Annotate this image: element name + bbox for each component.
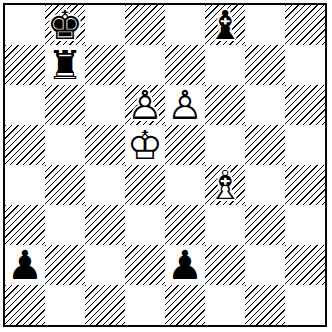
square-e3[interactable] <box>165 205 205 245</box>
square-a7[interactable] <box>5 45 45 85</box>
piece-white-pawn-e6[interactable]: ♟♙ <box>165 85 205 125</box>
square-h4[interactable] <box>285 165 325 205</box>
square-g3[interactable] <box>245 205 285 245</box>
black-pawn-icon: ♟ <box>5 245 45 285</box>
square-g6[interactable] <box>245 85 285 125</box>
square-d6[interactable]: ♟♙ <box>125 85 165 125</box>
square-d7[interactable] <box>125 45 165 85</box>
square-d2[interactable] <box>125 245 165 285</box>
white-pawn-icon: ♙ <box>125 85 165 125</box>
square-f1[interactable] <box>205 285 245 325</box>
square-e8[interactable] <box>165 5 205 45</box>
square-b6[interactable] <box>45 85 85 125</box>
square-c1[interactable] <box>85 285 125 325</box>
square-f8[interactable]: ♝ <box>205 5 245 45</box>
square-d3[interactable] <box>125 205 165 245</box>
square-g5[interactable] <box>245 125 285 165</box>
square-g1[interactable] <box>245 285 285 325</box>
square-b4[interactable] <box>45 165 85 205</box>
white-king-icon: ♔ <box>125 125 165 165</box>
piece-black-king-b8[interactable]: ♚ <box>45 5 85 45</box>
square-c2[interactable] <box>85 245 125 285</box>
square-c7[interactable] <box>85 45 125 85</box>
square-a3[interactable] <box>5 205 45 245</box>
chess-board: ♚♝♜♟♙♟♙♚♔♝♗♟♟ <box>5 5 325 325</box>
square-c6[interactable] <box>85 85 125 125</box>
black-king-icon: ♚ <box>45 5 85 45</box>
square-b7[interactable]: ♜ <box>45 45 85 85</box>
square-c8[interactable] <box>85 5 125 45</box>
square-h7[interactable] <box>285 45 325 85</box>
square-b8[interactable]: ♚ <box>45 5 85 45</box>
square-a1[interactable] <box>5 285 45 325</box>
square-f6[interactable] <box>205 85 245 125</box>
square-b5[interactable] <box>45 125 85 165</box>
square-a8[interactable] <box>5 5 45 45</box>
square-d8[interactable] <box>125 5 165 45</box>
square-h3[interactable] <box>285 205 325 245</box>
square-a6[interactable] <box>5 85 45 125</box>
white-pawn-icon: ♙ <box>165 85 205 125</box>
piece-white-bishop-f4[interactable]: ♝♗ <box>205 165 245 205</box>
square-b3[interactable] <box>45 205 85 245</box>
square-a2[interactable]: ♟ <box>5 245 45 285</box>
piece-white-king-d5[interactable]: ♚♔ <box>125 125 165 165</box>
square-b1[interactable] <box>45 285 85 325</box>
square-f4[interactable]: ♝♗ <box>205 165 245 205</box>
square-h5[interactable] <box>285 125 325 165</box>
black-pawn-icon: ♟ <box>165 245 205 285</box>
square-g8[interactable] <box>245 5 285 45</box>
square-g4[interactable] <box>245 165 285 205</box>
square-a4[interactable] <box>5 165 45 205</box>
piece-black-pawn-e2[interactable]: ♟ <box>165 245 205 285</box>
square-d4[interactable] <box>125 165 165 205</box>
square-f2[interactable] <box>205 245 245 285</box>
black-rook-icon: ♜ <box>45 45 85 85</box>
chess-board-frame: ♚♝♜♟♙♟♙♚♔♝♗♟♟ <box>3 3 327 327</box>
square-c5[interactable] <box>85 125 125 165</box>
square-b2[interactable] <box>45 245 85 285</box>
square-f7[interactable] <box>205 45 245 85</box>
square-e4[interactable] <box>165 165 205 205</box>
square-e5[interactable] <box>165 125 205 165</box>
square-e6[interactable]: ♟♙ <box>165 85 205 125</box>
white-bishop-icon: ♗ <box>205 165 245 205</box>
square-g7[interactable] <box>245 45 285 85</box>
square-c4[interactable] <box>85 165 125 205</box>
piece-white-pawn-d6[interactable]: ♟♙ <box>125 85 165 125</box>
square-e1[interactable] <box>165 285 205 325</box>
square-d1[interactable] <box>125 285 165 325</box>
piece-black-pawn-a2[interactable]: ♟ <box>5 245 45 285</box>
square-g2[interactable] <box>245 245 285 285</box>
square-h8[interactable] <box>285 5 325 45</box>
square-h6[interactable] <box>285 85 325 125</box>
square-h1[interactable] <box>285 285 325 325</box>
square-f3[interactable] <box>205 205 245 245</box>
black-bishop-icon: ♝ <box>205 5 245 45</box>
square-e7[interactable] <box>165 45 205 85</box>
square-h2[interactable] <box>285 245 325 285</box>
square-c3[interactable] <box>85 205 125 245</box>
square-d5[interactable]: ♚♔ <box>125 125 165 165</box>
square-f5[interactable] <box>205 125 245 165</box>
square-e2[interactable]: ♟ <box>165 245 205 285</box>
square-a5[interactable] <box>5 125 45 165</box>
piece-black-rook-b7[interactable]: ♜ <box>45 45 85 85</box>
piece-black-bishop-f8[interactable]: ♝ <box>205 5 245 45</box>
